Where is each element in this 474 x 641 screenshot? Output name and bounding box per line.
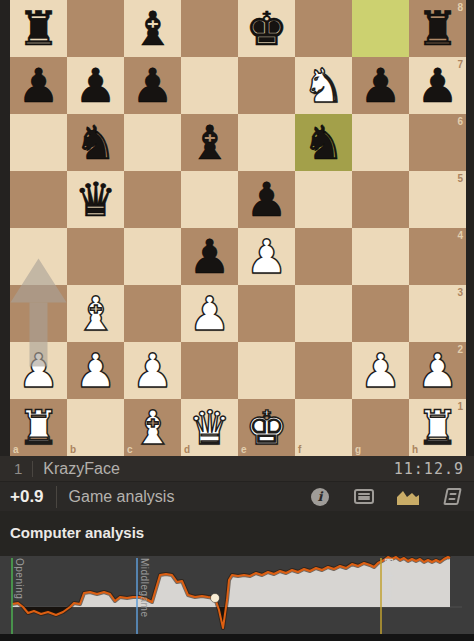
rank-label: 6 [457,116,463,127]
black-pawn: ♟ [67,57,124,114]
square-e6[interactable] [238,114,295,171]
info-icon[interactable]: i [308,485,332,509]
rank-label: 7 [457,59,463,70]
square-c8[interactable]: ♝ [124,0,181,57]
square-e7[interactable] [238,57,295,114]
rank-label: 5 [457,173,463,184]
chess-board[interactable]: ♜♝♚♜8♟♟♟♞♟♟7♞♝♞6♛♟5♟♟4♝♟3♟♟♟♟♟2♜ab♝c♛d♚e… [10,0,466,456]
square-h7[interactable]: ♟7 [409,57,466,114]
divider [56,486,57,508]
square-g2[interactable]: ♟ [352,342,409,399]
square-f2[interactable] [295,342,352,399]
black-pawn: ♟ [181,228,238,285]
black-rook: ♜ [10,0,67,57]
square-h3[interactable]: 3 [409,285,466,342]
black-pawn: ♟ [10,57,67,114]
square-c4[interactable] [124,228,181,285]
square-a7[interactable]: ♟ [10,57,67,114]
square-f5[interactable] [295,171,352,228]
square-a5[interactable] [10,171,67,228]
square-e3[interactable] [238,285,295,342]
white-pawn: ♟ [124,342,181,399]
player-bar: 1 KrazyFace 11:12.9 [0,456,474,481]
analysis-tabs: i [308,485,464,509]
square-h6[interactable]: 6 [409,114,466,171]
square-c6[interactable] [124,114,181,171]
black-king: ♚ [238,0,295,57]
white-pawn: ♟ [181,285,238,342]
square-a3[interactable] [10,285,67,342]
black-pawn: ♟ [238,171,295,228]
file-label: h [412,444,418,455]
square-f1[interactable]: f [295,399,352,456]
phase-label-middlegame: Middlegame [139,558,150,617]
square-b1[interactable]: b [67,399,124,456]
file-label: f [298,444,301,455]
black-bishop: ♝ [181,114,238,171]
rank-label: 4 [457,230,463,241]
square-g4[interactable] [352,228,409,285]
square-h5[interactable]: 5 [409,171,466,228]
move-number: 1 [14,460,22,477]
book-icon[interactable] [440,485,464,509]
square-g3[interactable] [352,285,409,342]
player-clock: 11:12.9 [394,460,464,478]
square-g1[interactable]: g [352,399,409,456]
file-label: b [70,444,76,455]
file-label: a [13,444,19,455]
file-label: e [241,444,247,455]
square-b8[interactable] [67,0,124,57]
black-queen: ♛ [67,171,124,228]
square-d7[interactable] [181,57,238,114]
computer-analysis-section: Computer analysis [0,511,474,556]
square-a4[interactable] [10,228,67,285]
white-pawn: ♟ [238,228,295,285]
black-pawn: ♟ [352,57,409,114]
square-e2[interactable] [238,342,295,399]
square-a2[interactable]: ♟ [10,342,67,399]
square-b7[interactable]: ♟ [67,57,124,114]
square-h4[interactable]: 4 [409,228,466,285]
square-b3[interactable]: ♝ [67,285,124,342]
square-c1[interactable]: ♝c [124,399,181,456]
square-d1[interactable]: ♛d [181,399,238,456]
rank-label: 8 [457,2,463,13]
rank-label: 1 [457,401,463,412]
analysis-mode-label: Game analysis [69,488,175,506]
square-c3[interactable] [124,285,181,342]
square-h2[interactable]: ♟2 [409,342,466,399]
evaluation-graph[interactable]: OpeningMiddlegameEndgame [0,556,474,634]
phase-label-endgame: Endgame [383,558,394,604]
square-c7[interactable]: ♟ [124,57,181,114]
rank-label: 3 [457,287,463,298]
square-d5[interactable] [181,171,238,228]
player-name: KrazyFace [43,460,119,478]
white-knight: ♞ [295,57,352,114]
black-pawn: ♟ [124,57,181,114]
white-bishop: ♝ [67,285,124,342]
square-g7[interactable]: ♟ [352,57,409,114]
rank-label: 2 [457,344,463,355]
square-a6[interactable] [10,114,67,171]
chess-board-area: ♜♝♚♜8♟♟♟♞♟♟7♞♝♞6♛♟5♟♟4♝♟3♟♟♟♟♟2♜ab♝c♛d♚e… [0,0,474,456]
square-a8[interactable]: ♜ [10,0,67,57]
square-f6[interactable]: ♞ [295,114,352,171]
square-h1[interactable]: ♜1h [409,399,466,456]
square-c2[interactable]: ♟ [124,342,181,399]
square-a1[interactable]: ♜a [10,399,67,456]
square-b4[interactable] [67,228,124,285]
square-c5[interactable] [124,171,181,228]
file-label: d [184,444,190,455]
black-knight: ♞ [67,114,124,171]
square-e8[interactable]: ♚ [238,0,295,57]
square-f8[interactable] [295,0,352,57]
analysis-toolbar: +0.9 Game analysis i [0,481,474,511]
square-e1[interactable]: ♚e [238,399,295,456]
square-h8[interactable]: ♜8 [409,0,466,57]
square-d2[interactable] [181,342,238,399]
phase-label-opening: Opening [14,558,25,599]
divider [32,461,33,477]
square-b6[interactable]: ♞ [67,114,124,171]
chart-icon[interactable] [396,485,420,509]
square-g5[interactable] [352,171,409,228]
square-g8[interactable] [352,0,409,57]
white-pawn: ♟ [10,342,67,399]
eval-score: +0.9 [10,487,44,507]
square-d3[interactable]: ♟ [181,285,238,342]
square-f7[interactable]: ♞ [295,57,352,114]
black-knight: ♞ [295,114,352,171]
square-d8[interactable] [181,0,238,57]
square-d4[interactable]: ♟ [181,228,238,285]
white-pawn: ♟ [67,342,124,399]
square-e4[interactable]: ♟ [238,228,295,285]
square-g6[interactable] [352,114,409,171]
file-label: g [355,444,361,455]
white-pawn: ♟ [352,342,409,399]
file-label: c [127,444,133,455]
black-bishop: ♝ [124,0,181,57]
bottom-strip [0,634,474,641]
square-b2[interactable]: ♟ [67,342,124,399]
square-f3[interactable] [295,285,352,342]
square-d6[interactable]: ♝ [181,114,238,171]
moves-list-icon[interactable] [352,485,376,509]
square-b5[interactable]: ♛ [67,171,124,228]
section-title: Computer analysis [10,524,144,541]
square-e5[interactable]: ♟ [238,171,295,228]
square-f4[interactable] [295,228,352,285]
